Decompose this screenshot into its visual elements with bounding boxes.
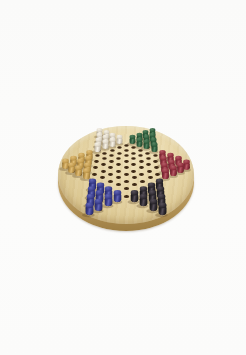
peg-top xyxy=(103,135,109,139)
board-hole[interactable] xyxy=(124,173,128,176)
board-hole[interactable] xyxy=(95,155,99,158)
board-hole[interactable] xyxy=(146,163,150,166)
peg-blue[interactable] xyxy=(113,190,121,202)
peg-top xyxy=(96,133,102,137)
peg-top xyxy=(103,130,109,134)
peg-black[interactable] xyxy=(140,194,148,206)
board-hole[interactable] xyxy=(132,176,137,179)
board-hole[interactable] xyxy=(138,155,142,158)
board-hole[interactable] xyxy=(108,180,113,183)
peg-top xyxy=(85,203,93,208)
board-hole[interactable] xyxy=(124,160,128,163)
peg-top xyxy=(83,168,90,173)
peg-top xyxy=(131,190,139,195)
board-hole[interactable] xyxy=(139,173,143,176)
peg-red[interactable] xyxy=(177,162,184,173)
peg-top xyxy=(168,159,175,163)
board-hole[interactable] xyxy=(124,155,128,158)
board-hole[interactable] xyxy=(115,183,120,186)
peg-top xyxy=(177,162,184,166)
peg-top xyxy=(88,186,95,191)
board-hole[interactable] xyxy=(124,167,128,170)
peg-red[interactable] xyxy=(184,159,191,169)
peg-top xyxy=(110,133,116,137)
peg-top xyxy=(95,198,103,203)
peg-top xyxy=(158,194,166,199)
peg-blue[interactable] xyxy=(85,203,93,216)
peg-blue[interactable] xyxy=(95,198,103,210)
peg-top xyxy=(97,182,104,187)
peg-top xyxy=(156,179,163,184)
board-hole[interactable] xyxy=(92,173,96,176)
peg-top xyxy=(116,135,122,139)
peg-top xyxy=(136,133,142,137)
board-hole[interactable] xyxy=(117,157,121,160)
board-hole[interactable] xyxy=(124,195,129,198)
board-hole[interactable] xyxy=(117,146,121,149)
board-hole[interactable] xyxy=(131,152,135,155)
peg-field xyxy=(0,0,246,355)
peg-top xyxy=(149,128,155,132)
board-hole[interactable] xyxy=(102,157,106,160)
peg-top xyxy=(148,182,155,187)
peg-black[interactable] xyxy=(159,203,167,216)
board-hole[interactable] xyxy=(146,157,150,160)
peg-top xyxy=(151,142,157,146)
board-hole[interactable] xyxy=(94,160,98,163)
board-hole[interactable] xyxy=(140,180,145,183)
board-hole[interactable] xyxy=(124,180,129,183)
peg-top xyxy=(78,153,84,157)
board-hole[interactable] xyxy=(148,176,153,179)
peg-red[interactable] xyxy=(170,165,177,176)
board-hole[interactable] xyxy=(116,176,121,179)
peg-black[interactable] xyxy=(149,198,157,210)
board-hole[interactable] xyxy=(124,187,129,190)
peg-white[interactable] xyxy=(95,142,101,152)
peg-top xyxy=(150,133,156,137)
peg-green[interactable] xyxy=(144,140,150,150)
board-hole[interactable] xyxy=(100,176,105,179)
peg-top xyxy=(161,162,168,166)
peg-black[interactable] xyxy=(131,190,139,202)
peg-top xyxy=(89,179,96,184)
peg-top xyxy=(96,137,102,141)
board-hole[interactable] xyxy=(153,155,157,158)
board-hole[interactable] xyxy=(131,157,135,160)
peg-top xyxy=(84,162,91,166)
peg-top xyxy=(104,194,112,199)
board-hole[interactable] xyxy=(132,170,136,173)
board-hole[interactable] xyxy=(116,170,120,173)
peg-top xyxy=(105,186,112,191)
peg-top xyxy=(102,140,108,144)
peg-top xyxy=(109,137,115,141)
peg-green[interactable] xyxy=(130,135,136,144)
peg-top xyxy=(159,203,167,208)
peg-top xyxy=(167,153,173,157)
peg-top xyxy=(76,165,83,169)
board-hole[interactable] xyxy=(109,167,113,170)
peg-top xyxy=(77,159,84,163)
board-hole[interactable] xyxy=(101,170,105,173)
peg-top xyxy=(149,198,157,203)
peg-top xyxy=(170,165,177,169)
peg-top xyxy=(137,137,143,141)
peg-green[interactable] xyxy=(137,137,143,146)
peg-top xyxy=(130,135,136,139)
peg-top xyxy=(96,190,104,195)
peg-top xyxy=(143,135,149,139)
board-hole[interactable] xyxy=(101,163,105,166)
board-hole[interactable] xyxy=(139,160,143,163)
board-hole[interactable] xyxy=(132,183,137,186)
product-photo-scene xyxy=(0,0,246,355)
board-hole[interactable] xyxy=(109,160,113,163)
peg-top xyxy=(148,190,156,195)
board-hole[interactable] xyxy=(116,163,120,166)
board-hole[interactable] xyxy=(103,152,107,155)
board-hole[interactable] xyxy=(124,149,128,152)
board-hole[interactable] xyxy=(147,170,151,173)
peg-red[interactable] xyxy=(162,168,169,179)
peg-top xyxy=(86,150,92,154)
peg-top xyxy=(157,186,164,191)
peg-top xyxy=(150,137,156,141)
peg-top xyxy=(85,156,92,160)
board-hole[interactable] xyxy=(117,152,121,155)
peg-top xyxy=(160,156,167,160)
peg-white[interactable] xyxy=(109,137,115,146)
peg-yellow[interactable] xyxy=(76,165,83,176)
peg-top xyxy=(139,186,146,191)
peg-top xyxy=(184,159,191,163)
peg-top xyxy=(113,190,121,195)
board-hole[interactable] xyxy=(110,149,114,152)
board-hole[interactable] xyxy=(139,167,143,170)
peg-white[interactable] xyxy=(102,140,108,150)
board-hole[interactable] xyxy=(93,167,97,170)
peg-green[interactable] xyxy=(151,142,157,152)
board-hole[interactable] xyxy=(109,155,113,158)
peg-top xyxy=(70,156,77,160)
peg-blue[interactable] xyxy=(104,194,112,206)
peg-white[interactable] xyxy=(116,135,122,144)
board-hole[interactable] xyxy=(108,173,112,176)
board-hole[interactable] xyxy=(131,163,135,166)
peg-top xyxy=(140,194,148,199)
peg-top xyxy=(87,194,95,199)
peg-top xyxy=(159,150,165,154)
peg-top xyxy=(95,142,101,146)
peg-top xyxy=(97,128,103,132)
